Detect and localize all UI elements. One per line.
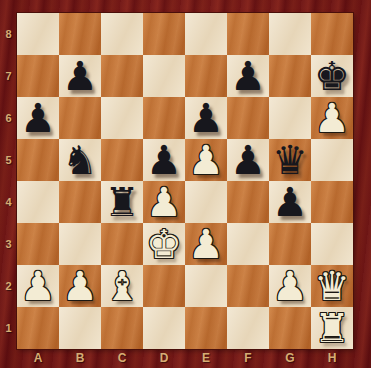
square-a3[interactable] <box>17 223 59 265</box>
chess-board: ♟♟♚♟♟♟♞♟♟♟♛♜♟♟♚♟♟♟♝♟♛♜ <box>17 13 353 349</box>
square-f3[interactable] <box>227 223 269 265</box>
square-b1[interactable] <box>59 307 101 349</box>
square-a6[interactable]: ♟ <box>17 97 59 139</box>
file-label-d: D <box>143 349 185 368</box>
square-d6[interactable] <box>143 97 185 139</box>
square-h4[interactable] <box>311 181 353 223</box>
square-a5[interactable] <box>17 139 59 181</box>
piece-black-pawn[interactable]: ♟ <box>227 139 269 181</box>
piece-black-knight[interactable]: ♞ <box>59 139 101 181</box>
square-c6[interactable] <box>101 97 143 139</box>
piece-black-king[interactable]: ♚ <box>311 55 353 97</box>
file-label-c: C <box>101 349 143 368</box>
piece-white-queen[interactable]: ♛ <box>311 265 353 307</box>
file-label-g: G <box>269 349 311 368</box>
piece-black-rook[interactable]: ♜ <box>101 181 143 223</box>
rank-label-7: 7 <box>0 55 17 97</box>
square-h5[interactable] <box>311 139 353 181</box>
piece-black-queen[interactable]: ♛ <box>269 139 311 181</box>
square-a7[interactable] <box>17 55 59 97</box>
square-c5[interactable] <box>101 139 143 181</box>
square-d8[interactable] <box>143 13 185 55</box>
square-d3[interactable]: ♚ <box>143 223 185 265</box>
square-e8[interactable] <box>185 13 227 55</box>
square-b6[interactable] <box>59 97 101 139</box>
square-f2[interactable] <box>227 265 269 307</box>
square-b3[interactable] <box>59 223 101 265</box>
file-label-f: F <box>227 349 269 368</box>
piece-black-pawn[interactable]: ♟ <box>143 139 185 181</box>
square-c8[interactable] <box>101 13 143 55</box>
square-e4[interactable] <box>185 181 227 223</box>
square-b5[interactable]: ♞ <box>59 139 101 181</box>
piece-black-pawn[interactable]: ♟ <box>59 55 101 97</box>
piece-black-pawn[interactable]: ♟ <box>185 97 227 139</box>
square-c3[interactable] <box>101 223 143 265</box>
square-h7[interactable]: ♚ <box>311 55 353 97</box>
square-h1[interactable]: ♜ <box>311 307 353 349</box>
file-label-b: B <box>59 349 101 368</box>
square-c4[interactable]: ♜ <box>101 181 143 223</box>
rank-labels: 87654321 <box>0 13 17 349</box>
square-e5[interactable]: ♟ <box>185 139 227 181</box>
square-f8[interactable] <box>227 13 269 55</box>
piece-white-pawn[interactable]: ♟ <box>185 139 227 181</box>
square-c2[interactable]: ♝ <box>101 265 143 307</box>
square-a2[interactable]: ♟ <box>17 265 59 307</box>
piece-white-pawn[interactable]: ♟ <box>269 265 311 307</box>
square-h8[interactable] <box>311 13 353 55</box>
square-a8[interactable] <box>17 13 59 55</box>
rank-label-5: 5 <box>0 139 17 181</box>
square-d7[interactable] <box>143 55 185 97</box>
piece-white-rook[interactable]: ♜ <box>311 307 353 349</box>
square-g7[interactable] <box>269 55 311 97</box>
rank-label-8: 8 <box>0 13 17 55</box>
square-d5[interactable]: ♟ <box>143 139 185 181</box>
piece-black-pawn[interactable]: ♟ <box>269 181 311 223</box>
square-e3[interactable]: ♟ <box>185 223 227 265</box>
square-e2[interactable] <box>185 265 227 307</box>
file-label-h: H <box>311 349 353 368</box>
square-c1[interactable] <box>101 307 143 349</box>
rank-label-4: 4 <box>0 181 17 223</box>
piece-white-pawn[interactable]: ♟ <box>311 97 353 139</box>
rank-label-3: 3 <box>0 223 17 265</box>
square-g5[interactable]: ♛ <box>269 139 311 181</box>
rank-label-2: 2 <box>0 265 17 307</box>
square-g4[interactable]: ♟ <box>269 181 311 223</box>
square-d4[interactable]: ♟ <box>143 181 185 223</box>
square-g6[interactable] <box>269 97 311 139</box>
square-g1[interactable] <box>269 307 311 349</box>
square-e1[interactable] <box>185 307 227 349</box>
square-h3[interactable] <box>311 223 353 265</box>
piece-black-pawn[interactable]: ♟ <box>17 97 59 139</box>
square-a1[interactable] <box>17 307 59 349</box>
square-g3[interactable] <box>269 223 311 265</box>
square-e6[interactable]: ♟ <box>185 97 227 139</box>
square-g2[interactable]: ♟ <box>269 265 311 307</box>
square-f1[interactable] <box>227 307 269 349</box>
piece-white-pawn[interactable]: ♟ <box>143 181 185 223</box>
square-f7[interactable]: ♟ <box>227 55 269 97</box>
piece-white-bishop[interactable]: ♝ <box>101 265 143 307</box>
square-f6[interactable] <box>227 97 269 139</box>
square-b8[interactable] <box>59 13 101 55</box>
square-d2[interactable] <box>143 265 185 307</box>
piece-white-king[interactable]: ♚ <box>143 223 185 265</box>
piece-black-pawn[interactable]: ♟ <box>227 55 269 97</box>
file-labels: ABCDEFGH <box>17 349 353 368</box>
square-b2[interactable]: ♟ <box>59 265 101 307</box>
rank-label-6: 6 <box>0 97 17 139</box>
piece-white-pawn[interactable]: ♟ <box>17 265 59 307</box>
board-frame: 87654321 ♟♟♚♟♟♟♞♟♟♟♛♜♟♟♚♟♟♟♝♟♛♜ ABCDEFGH <box>0 0 371 368</box>
square-f4[interactable] <box>227 181 269 223</box>
square-c7[interactable] <box>101 55 143 97</box>
square-g8[interactable] <box>269 13 311 55</box>
square-a4[interactable] <box>17 181 59 223</box>
piece-white-pawn[interactable]: ♟ <box>185 223 227 265</box>
square-f5[interactable]: ♟ <box>227 139 269 181</box>
square-b7[interactable]: ♟ <box>59 55 101 97</box>
square-h6[interactable]: ♟ <box>311 97 353 139</box>
piece-white-pawn[interactable]: ♟ <box>59 265 101 307</box>
file-label-e: E <box>185 349 227 368</box>
square-d1[interactable] <box>143 307 185 349</box>
square-b4[interactable] <box>59 181 101 223</box>
square-e7[interactable] <box>185 55 227 97</box>
rank-label-1: 1 <box>0 307 17 349</box>
file-label-a: A <box>17 349 59 368</box>
square-h2[interactable]: ♛ <box>311 265 353 307</box>
